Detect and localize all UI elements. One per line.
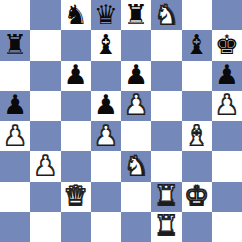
square-b1[interactable]	[30, 212, 60, 242]
square-d7[interactable]: ♝	[91, 30, 121, 60]
piece-black-pawn[interactable]: ♟	[3, 91, 27, 118]
piece-white-bishop[interactable]: ♝	[185, 122, 209, 149]
square-b2[interactable]	[30, 182, 60, 212]
square-g2[interactable]: ♚	[182, 182, 212, 212]
square-c1[interactable]	[61, 212, 91, 242]
square-d8[interactable]: ♛	[91, 0, 121, 30]
piece-white-pawn[interactable]: ♟	[94, 122, 118, 149]
square-d5[interactable]: ♟	[91, 91, 121, 121]
square-f5[interactable]	[151, 91, 181, 121]
piece-black-queen[interactable]: ♛	[94, 1, 118, 28]
piece-black-bishop[interactable]: ♝	[185, 31, 209, 58]
square-c3[interactable]	[61, 151, 91, 181]
square-c4[interactable]	[61, 121, 91, 151]
square-f6[interactable]	[151, 61, 181, 91]
piece-white-rook[interactable]: ♜	[154, 212, 178, 239]
piece-white-knight[interactable]: ♞	[124, 152, 148, 179]
square-c7[interactable]	[61, 30, 91, 60]
square-h7[interactable]: ♚	[212, 30, 242, 60]
square-f2[interactable]: ♜	[151, 182, 181, 212]
piece-white-pawn[interactable]: ♟	[215, 91, 239, 118]
chess-board: ♞♛♜♞♜♝♝♚♟♟♟♟♟♟♟♟♟♝♟♞♛♜♚♜	[0, 0, 242, 242]
piece-black-rook[interactable]: ♜	[124, 1, 148, 28]
square-h4[interactable]	[212, 121, 242, 151]
square-g1[interactable]	[182, 212, 212, 242]
piece-black-pawn[interactable]: ♟	[64, 61, 88, 88]
square-a1[interactable]	[0, 212, 30, 242]
square-g3[interactable]	[182, 151, 212, 181]
piece-black-knight[interactable]: ♞	[64, 1, 88, 28]
square-d2[interactable]	[91, 182, 121, 212]
square-f4[interactable]	[151, 121, 181, 151]
square-e2[interactable]	[121, 182, 151, 212]
piece-black-pawn[interactable]: ♟	[124, 61, 148, 88]
square-e4[interactable]	[121, 121, 151, 151]
piece-white-pawn[interactable]: ♟	[124, 91, 148, 118]
square-a2[interactable]	[0, 182, 30, 212]
square-f8[interactable]: ♞	[151, 0, 181, 30]
square-e5[interactable]: ♟	[121, 91, 151, 121]
square-c2[interactable]: ♛	[61, 182, 91, 212]
piece-white-knight[interactable]: ♞	[154, 1, 178, 28]
square-c6[interactable]: ♟	[61, 61, 91, 91]
square-e1[interactable]	[121, 212, 151, 242]
piece-white-pawn[interactable]: ♟	[33, 152, 57, 179]
square-e3[interactable]: ♞	[121, 151, 151, 181]
square-g7[interactable]: ♝	[182, 30, 212, 60]
square-a5[interactable]: ♟	[0, 91, 30, 121]
square-h6[interactable]: ♟	[212, 61, 242, 91]
piece-black-king[interactable]: ♚	[215, 31, 239, 58]
square-b4[interactable]	[30, 121, 60, 151]
square-e7[interactable]	[121, 30, 151, 60]
square-e8[interactable]: ♜	[121, 0, 151, 30]
square-a8[interactable]	[0, 0, 30, 30]
square-a3[interactable]	[0, 151, 30, 181]
square-g4[interactable]: ♝	[182, 121, 212, 151]
piece-white-king[interactable]: ♚	[185, 182, 209, 209]
square-a4[interactable]: ♟	[0, 121, 30, 151]
square-h8[interactable]	[212, 0, 242, 30]
square-b8[interactable]	[30, 0, 60, 30]
square-d6[interactable]	[91, 61, 121, 91]
square-f7[interactable]	[151, 30, 181, 60]
piece-white-rook[interactable]: ♜	[154, 182, 178, 209]
piece-white-pawn[interactable]: ♟	[3, 122, 27, 149]
square-h1[interactable]	[212, 212, 242, 242]
square-g6[interactable]	[182, 61, 212, 91]
square-a6[interactable]	[0, 61, 30, 91]
square-b3[interactable]: ♟	[30, 151, 60, 181]
square-b6[interactable]	[30, 61, 60, 91]
square-g5[interactable]	[182, 91, 212, 121]
square-f3[interactable]	[151, 151, 181, 181]
piece-black-pawn[interactable]: ♟	[215, 61, 239, 88]
square-e6[interactable]: ♟	[121, 61, 151, 91]
square-b5[interactable]	[30, 91, 60, 121]
square-d1[interactable]	[91, 212, 121, 242]
square-d4[interactable]: ♟	[91, 121, 121, 151]
square-d3[interactable]	[91, 151, 121, 181]
square-h5[interactable]: ♟	[212, 91, 242, 121]
piece-black-pawn[interactable]: ♟	[94, 91, 118, 118]
square-h2[interactable]	[212, 182, 242, 212]
square-f1[interactable]: ♜	[151, 212, 181, 242]
piece-white-queen[interactable]: ♛	[64, 182, 88, 209]
square-h3[interactable]	[212, 151, 242, 181]
piece-black-rook[interactable]: ♜	[3, 31, 27, 58]
square-g8[interactable]	[182, 0, 212, 30]
square-c8[interactable]: ♞	[61, 0, 91, 30]
square-b7[interactable]	[30, 30, 60, 60]
piece-black-bishop[interactable]: ♝	[94, 31, 118, 58]
square-c5[interactable]	[61, 91, 91, 121]
square-a7[interactable]: ♜	[0, 30, 30, 60]
